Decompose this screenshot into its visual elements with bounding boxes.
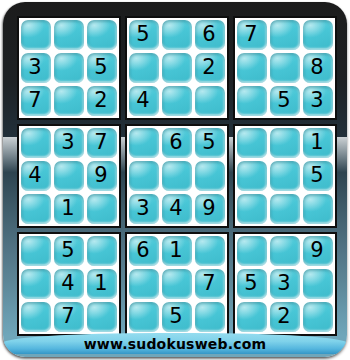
sudoku-cell-r2c1[interactable]: 3 bbox=[21, 53, 51, 83]
sudoku-cell-r4c4[interactable] bbox=[129, 128, 159, 158]
cell-digit: 3 bbox=[277, 273, 290, 294]
sudoku-cell-r9c8[interactable]: 2 bbox=[270, 302, 300, 332]
footer-bar: www.sudokusweb.com bbox=[3, 333, 347, 354]
sudoku-cell-r2c6[interactable]: 2 bbox=[195, 53, 225, 83]
sudoku-cell-r4c7[interactable] bbox=[237, 128, 267, 158]
sudoku-cell-r1c3[interactable] bbox=[87, 20, 117, 50]
sudoku-cell-r5c2[interactable] bbox=[54, 161, 84, 191]
sudoku-cell-r7c8[interactable] bbox=[270, 236, 300, 266]
sudoku-box-4: 65349 bbox=[125, 124, 229, 228]
cell-digit: 1 bbox=[94, 273, 107, 294]
sudoku-cell-r6c5[interactable]: 4 bbox=[162, 194, 192, 224]
sudoku-cell-r7c4[interactable]: 6 bbox=[129, 236, 159, 266]
cell-digit: 9 bbox=[94, 165, 107, 186]
sudoku-cell-r6c4[interactable]: 3 bbox=[129, 194, 159, 224]
cell-digit: 5 bbox=[61, 240, 74, 261]
sudoku-cell-r3c6[interactable] bbox=[195, 86, 225, 116]
sudoku-cell-r4c1[interactable] bbox=[21, 128, 51, 158]
cell-digit: 7 bbox=[28, 90, 41, 111]
sudoku-cell-r2c3[interactable]: 5 bbox=[87, 53, 117, 83]
sudoku-cell-r4c5[interactable]: 6 bbox=[162, 128, 192, 158]
sudoku-cell-r5c4[interactable] bbox=[129, 161, 159, 191]
sudoku-cell-r1c1[interactable] bbox=[21, 20, 51, 50]
sudoku-cell-r1c4[interactable]: 5 bbox=[129, 20, 159, 50]
sudoku-box-0: 3572 bbox=[17, 16, 121, 120]
cell-digit: 3 bbox=[28, 57, 41, 78]
sudoku-cell-r4c3[interactable]: 7 bbox=[87, 128, 117, 158]
sudoku-cell-r8c9[interactable] bbox=[303, 269, 333, 299]
sudoku-cell-r9c7[interactable] bbox=[237, 302, 267, 332]
sudoku-cell-r8c8[interactable]: 3 bbox=[270, 269, 300, 299]
cell-digit: 5 bbox=[169, 306, 182, 327]
sudoku-cell-r4c9[interactable]: 1 bbox=[303, 128, 333, 158]
sudoku-cell-r9c9[interactable] bbox=[303, 302, 333, 332]
site-link[interactable]: www.sudokusweb.com bbox=[84, 336, 267, 352]
sudoku-cell-r3c9[interactable]: 3 bbox=[303, 86, 333, 116]
sudoku-cell-r6c9[interactable] bbox=[303, 194, 333, 224]
sudoku-cell-r8c5[interactable] bbox=[162, 269, 192, 299]
sudoku-cell-r5c1[interactable]: 4 bbox=[21, 161, 51, 191]
sudoku-cell-r3c1[interactable]: 7 bbox=[21, 86, 51, 116]
sudoku-cell-r2c7[interactable] bbox=[237, 53, 267, 83]
sudoku-cell-r5c3[interactable]: 9 bbox=[87, 161, 117, 191]
sudoku-cell-r6c7[interactable] bbox=[237, 194, 267, 224]
sudoku-box-8: 9532 bbox=[233, 232, 337, 336]
sudoku-cell-r1c7[interactable]: 7 bbox=[237, 20, 267, 50]
sudoku-frame: 357256247853374916534915541761759532 www… bbox=[3, 2, 347, 357]
cell-digit: 5 bbox=[244, 273, 257, 294]
sudoku-cell-r9c2[interactable]: 7 bbox=[54, 302, 84, 332]
sudoku-box-2: 7853 bbox=[233, 16, 337, 120]
sudoku-cell-r6c1[interactable] bbox=[21, 194, 51, 224]
sudoku-cell-r5c6[interactable] bbox=[195, 161, 225, 191]
sudoku-cell-r1c6[interactable]: 6 bbox=[195, 20, 225, 50]
cell-digit: 6 bbox=[169, 132, 182, 153]
sudoku-cell-r2c9[interactable]: 8 bbox=[303, 53, 333, 83]
sudoku-box-6: 5417 bbox=[17, 232, 121, 336]
cell-digit: 4 bbox=[28, 165, 41, 186]
sudoku-cell-r5c9[interactable]: 5 bbox=[303, 161, 333, 191]
cell-digit: 7 bbox=[61, 306, 74, 327]
sudoku-cell-r2c4[interactable] bbox=[129, 53, 159, 83]
cell-digit: 2 bbox=[277, 306, 290, 327]
sudoku-cell-r5c5[interactable] bbox=[162, 161, 192, 191]
sudoku-cell-r9c5[interactable]: 5 bbox=[162, 302, 192, 332]
cell-digit: 5 bbox=[202, 132, 215, 153]
cell-digit: 1 bbox=[310, 132, 323, 153]
sudoku-cell-r9c4[interactable] bbox=[129, 302, 159, 332]
sudoku-cell-r6c8[interactable] bbox=[270, 194, 300, 224]
sudoku-box-3: 37491 bbox=[17, 124, 121, 228]
sudoku-cell-r5c7[interactable] bbox=[237, 161, 267, 191]
cell-digit: 8 bbox=[310, 57, 323, 78]
cell-digit: 5 bbox=[94, 57, 107, 78]
cell-digit: 5 bbox=[310, 165, 323, 186]
cell-digit: 1 bbox=[169, 240, 182, 261]
cell-digit: 7 bbox=[244, 24, 257, 45]
cell-digit: 3 bbox=[310, 90, 323, 111]
cell-digit: 6 bbox=[202, 24, 215, 45]
sudoku-cell-r9c3[interactable] bbox=[87, 302, 117, 332]
sudoku-cell-r8c2[interactable]: 4 bbox=[54, 269, 84, 299]
sudoku-cell-r3c4[interactable]: 4 bbox=[129, 86, 159, 116]
sudoku-cell-r6c3[interactable] bbox=[87, 194, 117, 224]
sudoku-cell-r2c5[interactable] bbox=[162, 53, 192, 83]
sudoku-cell-r3c8[interactable]: 5 bbox=[270, 86, 300, 116]
sudoku-cell-r3c3[interactable]: 2 bbox=[87, 86, 117, 116]
sudoku-cell-r4c6[interactable]: 5 bbox=[195, 128, 225, 158]
cell-digit: 4 bbox=[169, 198, 182, 219]
cell-digit: 9 bbox=[310, 240, 323, 261]
sudoku-box-5: 15 bbox=[233, 124, 337, 228]
sudoku-cell-r2c2[interactable] bbox=[54, 53, 84, 83]
sudoku-cell-r1c8[interactable] bbox=[270, 20, 300, 50]
sudoku-box-1: 5624 bbox=[125, 16, 229, 120]
sudoku-cell-r7c3[interactable] bbox=[87, 236, 117, 266]
cell-digit: 7 bbox=[202, 273, 215, 294]
sudoku-cell-r1c2[interactable] bbox=[54, 20, 84, 50]
sudoku-cell-r7c7[interactable] bbox=[237, 236, 267, 266]
sudoku-cell-r2c8[interactable] bbox=[270, 53, 300, 83]
sudoku-cell-r3c7[interactable] bbox=[237, 86, 267, 116]
sudoku-cell-r7c5[interactable]: 1 bbox=[162, 236, 192, 266]
sudoku-cell-r6c2[interactable]: 1 bbox=[54, 194, 84, 224]
sudoku-cell-r3c2[interactable] bbox=[54, 86, 84, 116]
sudoku-cell-r8c7[interactable]: 5 bbox=[237, 269, 267, 299]
sudoku-cell-r4c2[interactable]: 3 bbox=[54, 128, 84, 158]
cell-digit: 3 bbox=[136, 198, 149, 219]
sudoku-cell-r1c9[interactable] bbox=[303, 20, 333, 50]
cell-digit: 2 bbox=[94, 90, 107, 111]
sudoku-cell-r9c6[interactable] bbox=[195, 302, 225, 332]
sudoku-cell-r8c4[interactable] bbox=[129, 269, 159, 299]
sudoku-cell-r9c1[interactable] bbox=[21, 302, 51, 332]
cell-digit: 7 bbox=[94, 132, 107, 153]
sudoku-board: 357256247853374916534915541761759532 bbox=[17, 16, 337, 336]
cell-digit: 4 bbox=[61, 273, 74, 294]
cell-digit: 3 bbox=[61, 132, 74, 153]
cell-digit: 4 bbox=[136, 90, 149, 111]
sudoku-cell-r7c6[interactable] bbox=[195, 236, 225, 266]
sudoku-cell-r8c1[interactable] bbox=[21, 269, 51, 299]
sudoku-cell-r4c8[interactable] bbox=[270, 128, 300, 158]
cell-digit: 9 bbox=[202, 198, 215, 219]
cell-digit: 6 bbox=[136, 240, 149, 261]
cell-digit: 2 bbox=[202, 57, 215, 78]
cell-digit: 5 bbox=[136, 24, 149, 45]
sudoku-cell-r7c1[interactable] bbox=[21, 236, 51, 266]
cell-digit: 5 bbox=[277, 90, 290, 111]
sudoku-cell-r6c6[interactable]: 9 bbox=[195, 194, 225, 224]
sudoku-cell-r8c6[interactable]: 7 bbox=[195, 269, 225, 299]
cell-digit: 1 bbox=[61, 198, 74, 219]
sudoku-cell-r5c8[interactable] bbox=[270, 161, 300, 191]
sudoku-box-7: 6175 bbox=[125, 232, 229, 336]
sudoku-cell-r8c3[interactable]: 1 bbox=[87, 269, 117, 299]
sudoku-cell-r7c9[interactable]: 9 bbox=[303, 236, 333, 266]
sudoku-cell-r7c2[interactable]: 5 bbox=[54, 236, 84, 266]
sudoku-cell-r1c5[interactable] bbox=[162, 20, 192, 50]
sudoku-cell-r3c5[interactable] bbox=[162, 86, 192, 116]
